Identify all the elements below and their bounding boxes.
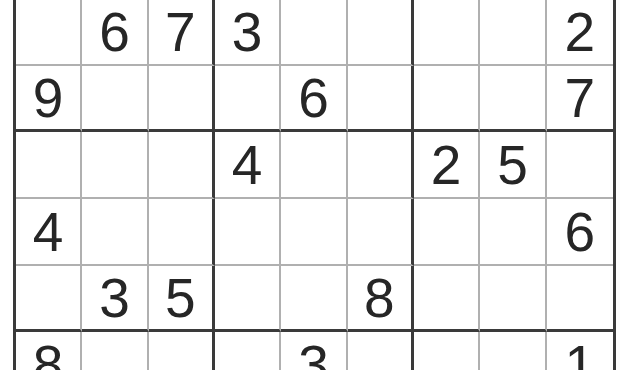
cell-r7c6[interactable] <box>348 332 414 370</box>
sudoku-board: 673296742546358831 <box>13 0 616 370</box>
cell-r4c1[interactable] <box>16 132 82 199</box>
cell-r3c3[interactable] <box>149 66 215 133</box>
cell-r4c8[interactable]: 5 <box>480 132 546 199</box>
cell-r4c6[interactable] <box>348 132 414 199</box>
cell-r7c2[interactable] <box>82 332 148 370</box>
cell-r5c8[interactable] <box>480 199 546 266</box>
cell-r7c3[interactable] <box>149 332 215 370</box>
cell-r5c3[interactable] <box>149 199 215 266</box>
cell-r6c2[interactable]: 3 <box>82 266 148 333</box>
cell-r3c6[interactable] <box>348 66 414 133</box>
cell-r6c6[interactable]: 8 <box>348 266 414 333</box>
cell-r2c2[interactable]: 6 <box>82 0 148 66</box>
cell-r7c5[interactable]: 3 <box>281 332 347 370</box>
cell-r3c5[interactable]: 6 <box>281 66 347 133</box>
cell-r6c7[interactable] <box>414 266 480 333</box>
cell-r5c1[interactable]: 4 <box>16 199 82 266</box>
cell-r4c7[interactable]: 2 <box>414 132 480 199</box>
cell-r4c4[interactable]: 4 <box>215 132 281 199</box>
cell-r2c1[interactable] <box>16 0 82 66</box>
cell-r5c9[interactable]: 6 <box>547 199 613 266</box>
cell-r3c2[interactable] <box>82 66 148 133</box>
sudoku-screenshot: 673296742546358831 <box>0 0 619 370</box>
cell-r2c7[interactable] <box>414 0 480 66</box>
cell-r3c4[interactable] <box>215 66 281 133</box>
cell-r6c1[interactable] <box>16 266 82 333</box>
cell-r7c1[interactable]: 8 <box>16 332 82 370</box>
cell-r2c8[interactable] <box>480 0 546 66</box>
cell-r2c3[interactable]: 7 <box>149 0 215 66</box>
cell-r4c3[interactable] <box>149 132 215 199</box>
cell-r5c7[interactable] <box>414 199 480 266</box>
cell-r2c4[interactable]: 3 <box>215 0 281 66</box>
cell-r5c6[interactable] <box>348 199 414 266</box>
cell-r6c4[interactable] <box>215 266 281 333</box>
cell-r2c6[interactable] <box>348 0 414 66</box>
cell-r2c5[interactable] <box>281 0 347 66</box>
cell-r7c8[interactable] <box>480 332 546 370</box>
cell-r3c1[interactable]: 9 <box>16 66 82 133</box>
cell-r6c8[interactable] <box>480 266 546 333</box>
cell-r7c4[interactable] <box>215 332 281 370</box>
cell-r6c9[interactable] <box>547 266 613 333</box>
cell-r7c9[interactable]: 1 <box>547 332 613 370</box>
cell-r3c7[interactable] <box>414 66 480 133</box>
cell-r5c4[interactable] <box>215 199 281 266</box>
cell-r3c8[interactable] <box>480 66 546 133</box>
cell-r7c7[interactable] <box>414 332 480 370</box>
cell-r3c9[interactable]: 7 <box>547 66 613 133</box>
cell-r4c2[interactable] <box>82 132 148 199</box>
cell-r5c2[interactable] <box>82 199 148 266</box>
cell-r4c9[interactable] <box>547 132 613 199</box>
cell-r5c5[interactable] <box>281 199 347 266</box>
cell-r6c3[interactable]: 5 <box>149 266 215 333</box>
cell-r2c9[interactable]: 2 <box>547 0 613 66</box>
cell-r6c5[interactable] <box>281 266 347 333</box>
cell-r4c5[interactable] <box>281 132 347 199</box>
